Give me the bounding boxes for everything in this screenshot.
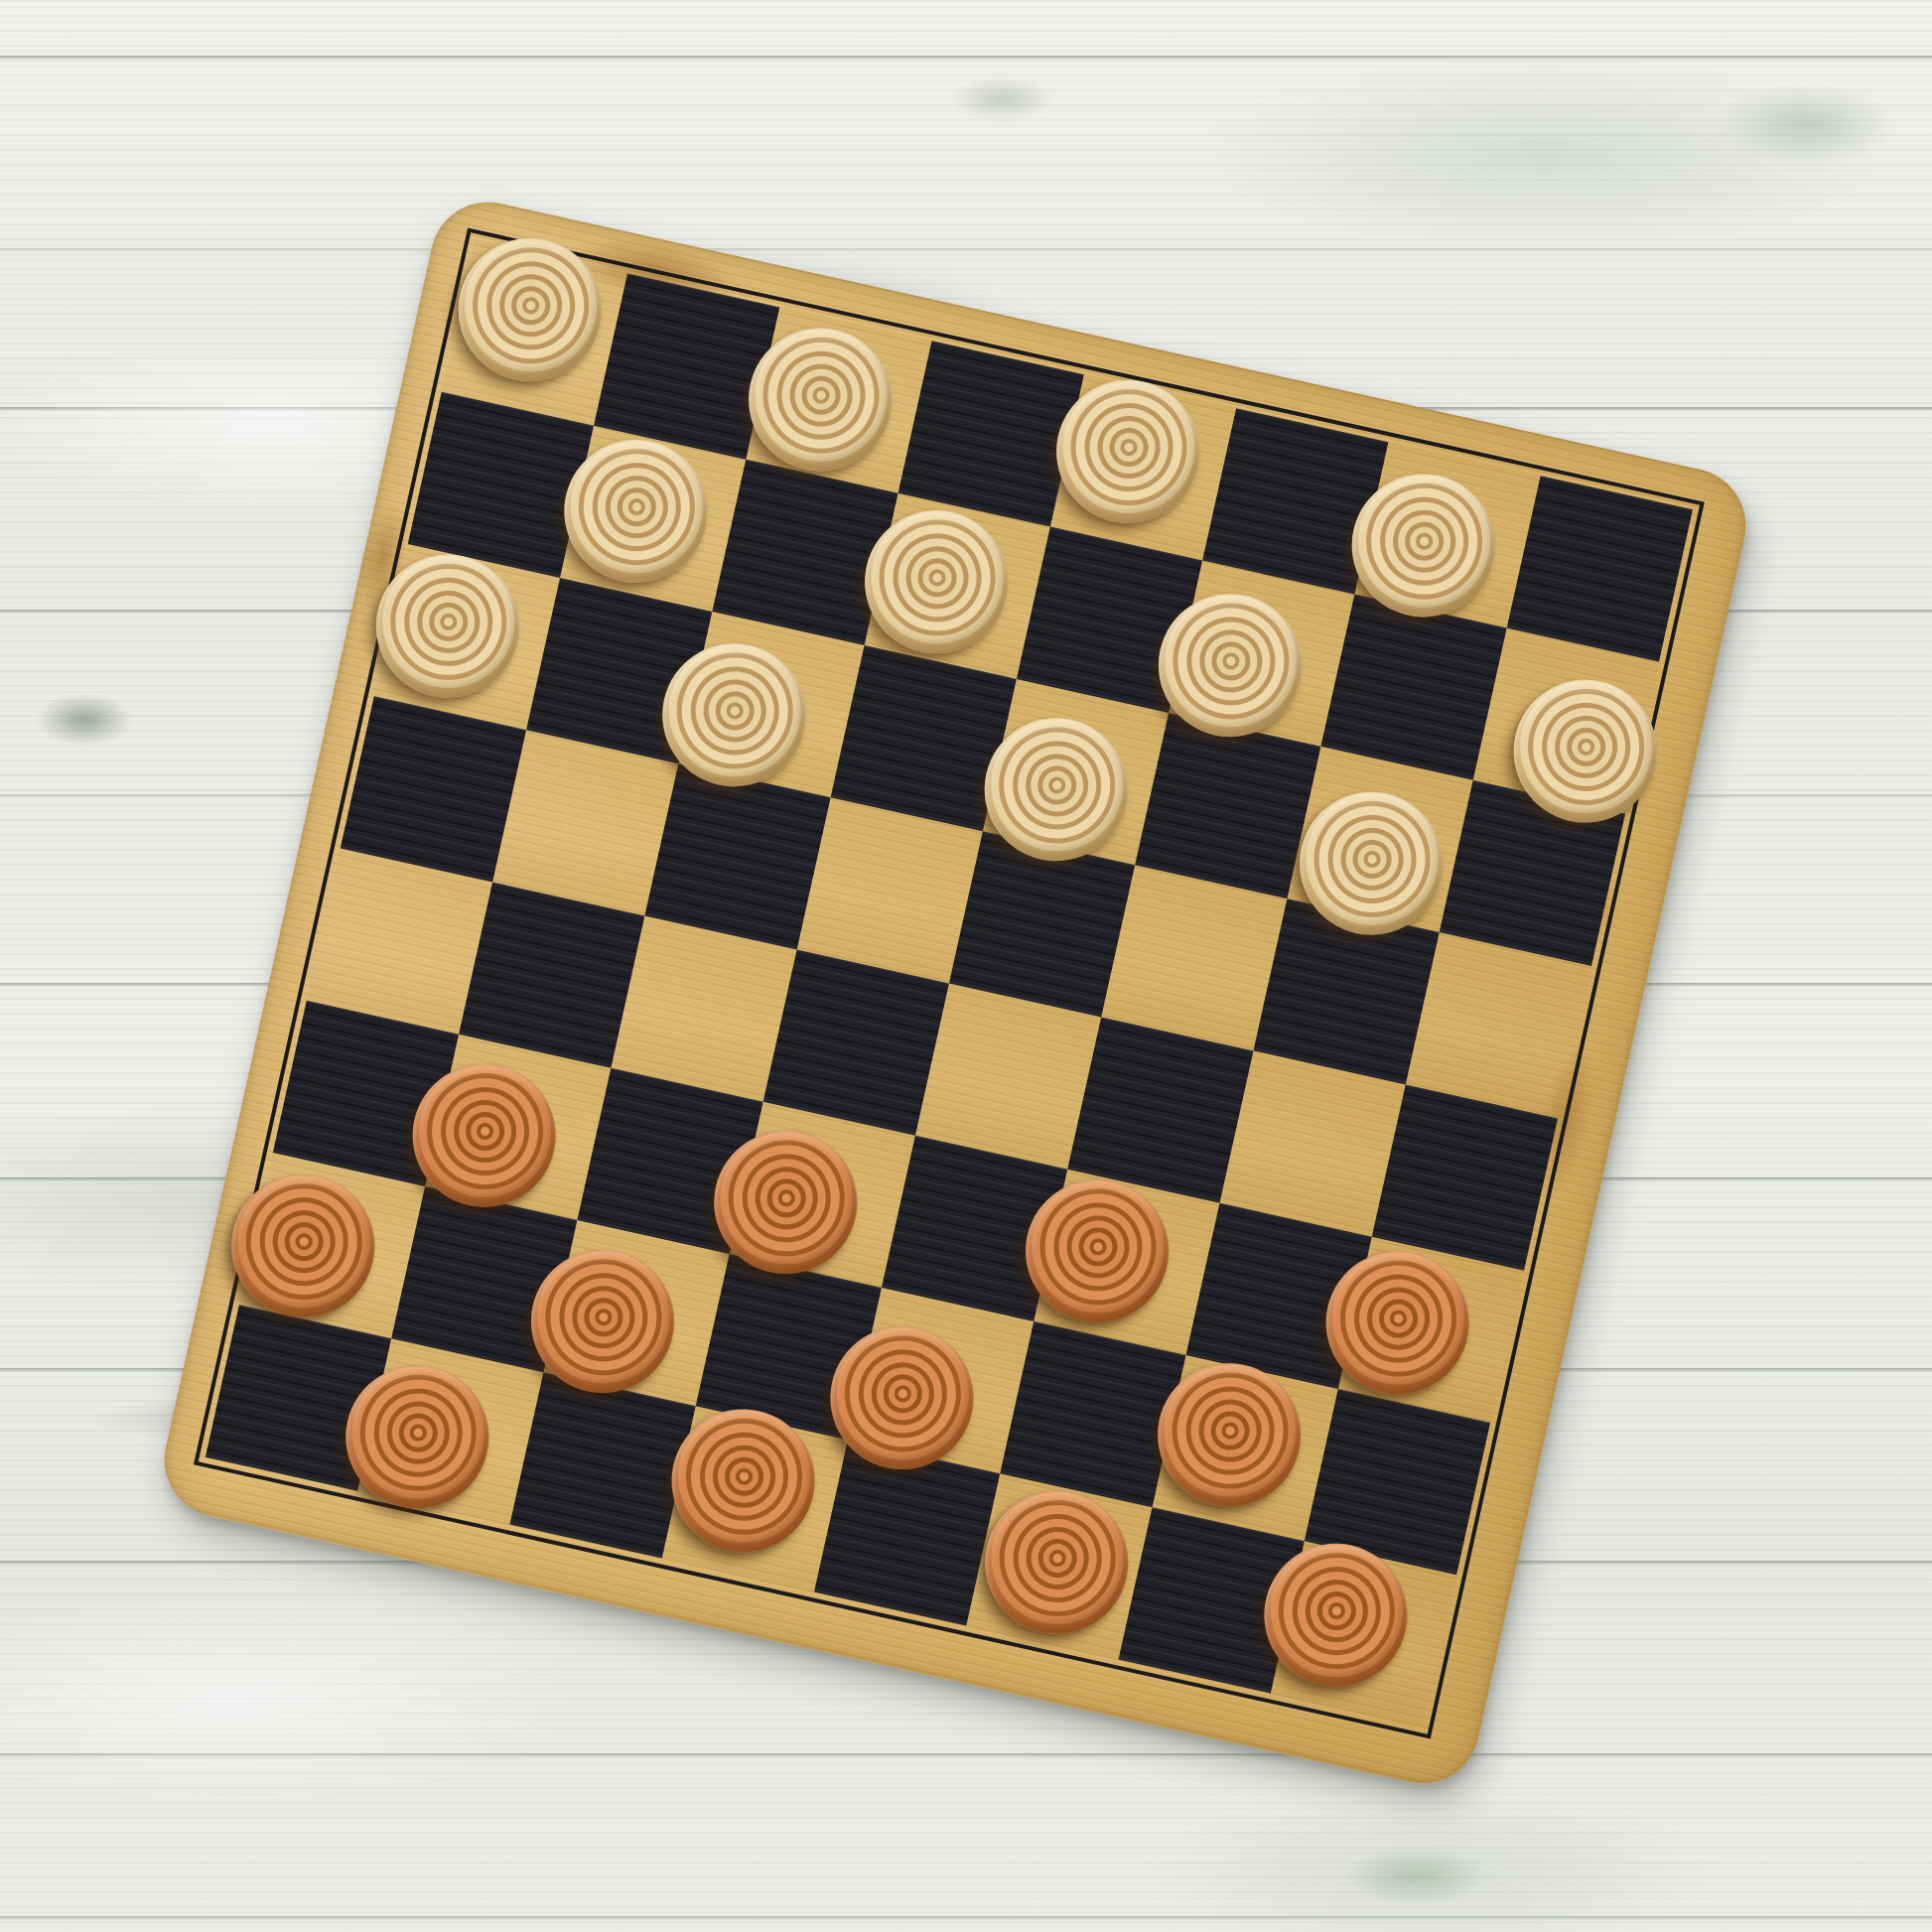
plank-knot	[933, 69, 1072, 129]
plank-knot	[1320, 1837, 1509, 1916]
plank-gap-line	[0, 248, 1932, 253]
plank-gap-line	[0, 1916, 1932, 1921]
plank-gap-line	[0, 56, 1932, 61]
board-grid	[194, 227, 1705, 1738]
plank-knot	[20, 685, 149, 755]
plank-knot	[1688, 69, 1926, 179]
checkers-board	[154, 192, 1757, 1795]
plank-gap-line	[0, 1753, 1932, 1758]
photo-canvas	[0, 0, 1932, 1932]
